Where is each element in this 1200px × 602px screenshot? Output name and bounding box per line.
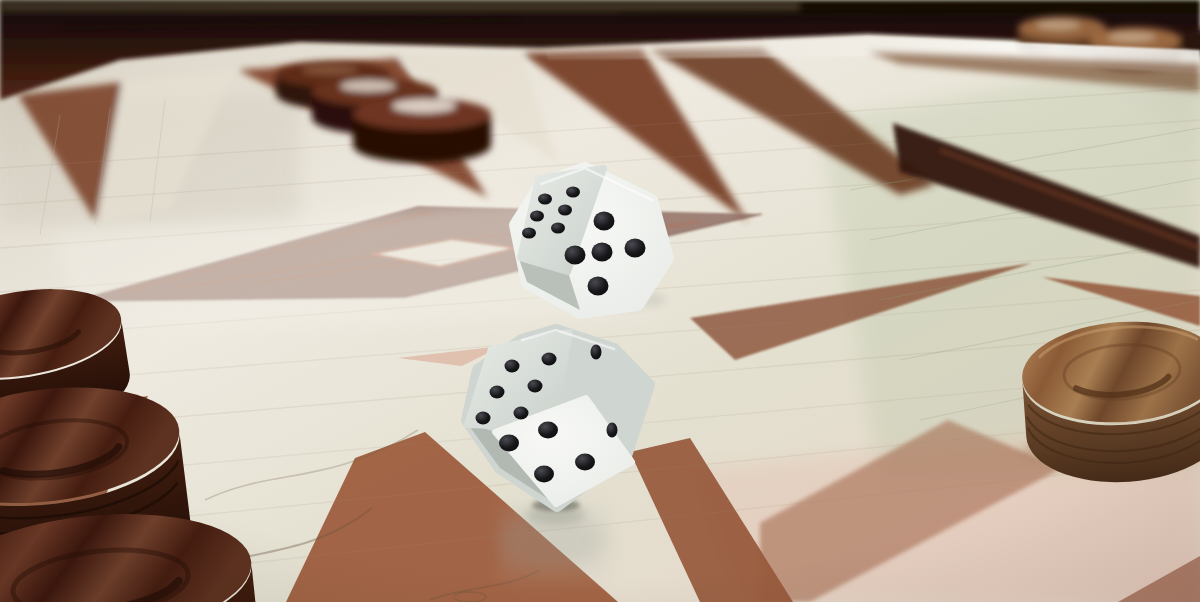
backgammon-photo-scene [0, 0, 1200, 602]
scene-canvas [0, 0, 1200, 602]
vignette [0, 0, 1200, 602]
